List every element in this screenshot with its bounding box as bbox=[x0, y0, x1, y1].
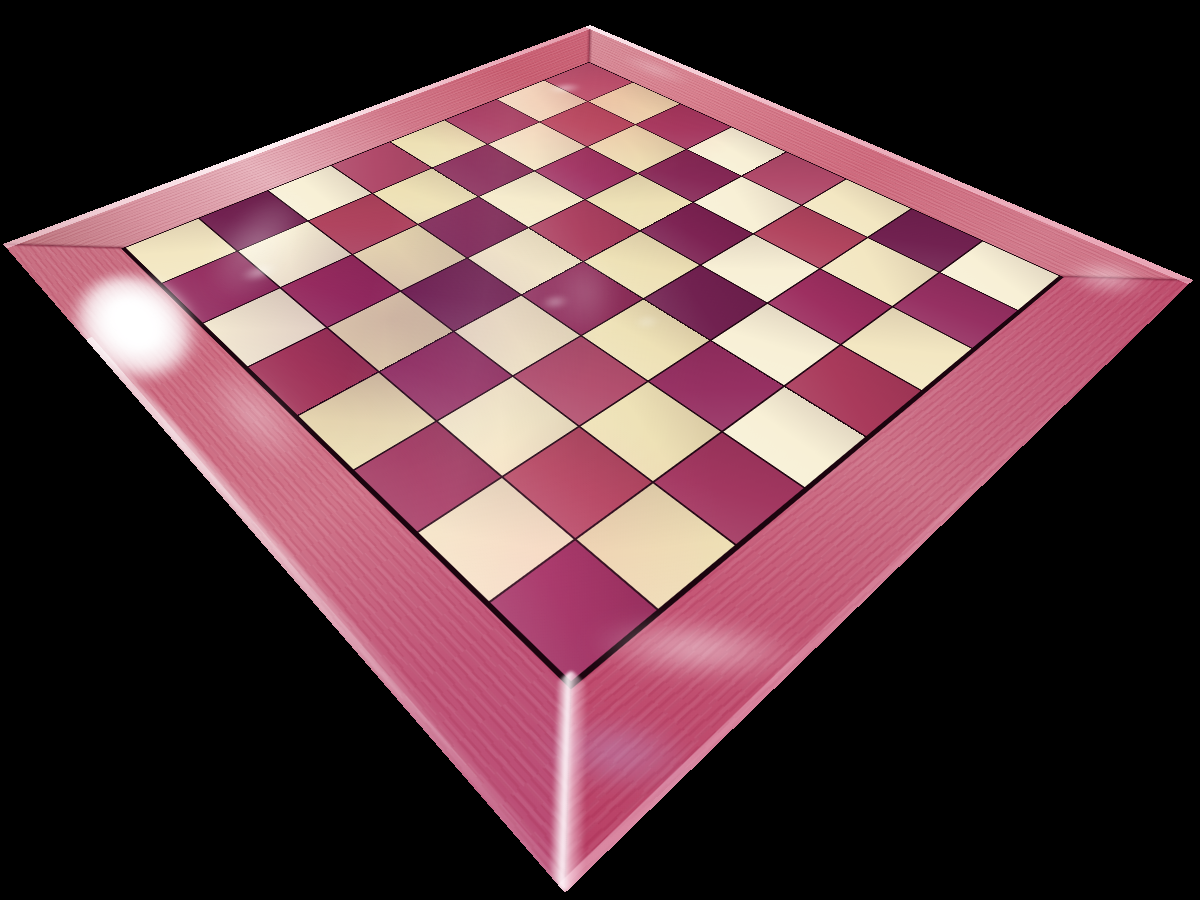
chess-board bbox=[3, 25, 1193, 893]
photo-stage bbox=[0, 0, 1200, 900]
